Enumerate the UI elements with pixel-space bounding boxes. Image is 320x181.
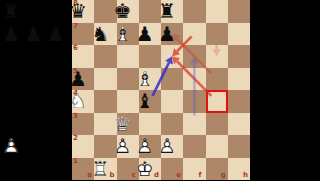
piece-black-pawn-b7: ♟: [22, 23, 44, 46]
chess-board: 87654321abcdefgh: [72, 0, 250, 180]
piece-white-pawn-a2: ♟♙: [0, 135, 22, 158]
square-h4[interactable]: [228, 90, 250, 113]
square-a3[interactable]: [72, 113, 94, 136]
square-c4[interactable]: [117, 90, 139, 113]
video-frame: 87654321abcdefgh ♜♛♚♜♟♟♟♞♝♗♟♟♟♝♗♞♘♝♛♕♟♙♟…: [0, 0, 320, 180]
square-g2[interactable]: [206, 135, 228, 158]
square-f8[interactable]: [183, 0, 205, 23]
square-b6[interactable]: [94, 45, 116, 68]
square-e5[interactable]: [161, 68, 183, 91]
square-g3[interactable]: [206, 113, 228, 136]
square-d6[interactable]: [139, 45, 161, 68]
square-f3[interactable]: [183, 113, 205, 136]
piece-black-pawn-a7: ♟: [0, 23, 22, 46]
square-a2[interactable]: [72, 135, 94, 158]
square-f6[interactable]: [183, 45, 205, 68]
piece-black-rook-a8: ♜: [0, 0, 22, 23]
square-c8[interactable]: [117, 0, 139, 23]
square-d4[interactable]: [139, 90, 161, 113]
square-f4[interactable]: [183, 90, 205, 113]
square-e3[interactable]: [161, 113, 183, 136]
square-f1[interactable]: [183, 158, 205, 181]
square-g1[interactable]: [206, 158, 228, 181]
square-b4[interactable]: [94, 90, 116, 113]
square-d3[interactable]: [139, 113, 161, 136]
square-h3[interactable]: [228, 113, 250, 136]
square-h1[interactable]: [228, 158, 250, 181]
square-b5[interactable]: [94, 68, 116, 91]
square-b2[interactable]: [94, 135, 116, 158]
piece-black-pawn-c7: ♟: [45, 23, 67, 46]
square-g7[interactable]: [206, 23, 228, 46]
square-d8[interactable]: [139, 0, 161, 23]
square-a8[interactable]: [72, 0, 94, 23]
square-b8[interactable]: [94, 0, 116, 23]
square-g4[interactable]: [206, 90, 228, 113]
square-c1[interactable]: [117, 158, 139, 181]
square-h6[interactable]: [228, 45, 250, 68]
square-e2[interactable]: [161, 135, 183, 158]
square-c3[interactable]: [117, 113, 139, 136]
square-e1[interactable]: [161, 158, 183, 181]
square-c7[interactable]: [117, 23, 139, 46]
square-e4[interactable]: [161, 90, 183, 113]
square-e8[interactable]: [161, 0, 183, 23]
square-d5[interactable]: [139, 68, 161, 91]
square-g8[interactable]: [206, 0, 228, 23]
square-c6[interactable]: [117, 45, 139, 68]
square-e7[interactable]: [161, 23, 183, 46]
square-a1[interactable]: [72, 158, 94, 181]
square-h5[interactable]: [228, 68, 250, 91]
square-h7[interactable]: [228, 23, 250, 46]
square-b3[interactable]: [94, 113, 116, 136]
square-f5[interactable]: [183, 68, 205, 91]
square-e6[interactable]: [161, 45, 183, 68]
square-a6[interactable]: [72, 45, 94, 68]
square-b7[interactable]: [94, 23, 116, 46]
square-f7[interactable]: [183, 23, 205, 46]
square-g5[interactable]: [206, 68, 228, 91]
square-h2[interactable]: [228, 135, 250, 158]
square-f2[interactable]: [183, 135, 205, 158]
square-a4[interactable]: [72, 90, 94, 113]
square-d2[interactable]: [139, 135, 161, 158]
square-a5[interactable]: [72, 68, 94, 91]
square-d1[interactable]: [139, 158, 161, 181]
square-c5[interactable]: [117, 68, 139, 91]
square-c2[interactable]: [117, 135, 139, 158]
square-d7[interactable]: [139, 23, 161, 46]
square-h8[interactable]: [228, 0, 250, 23]
square-g6[interactable]: [206, 45, 228, 68]
square-b1[interactable]: [94, 158, 116, 181]
square-a7[interactable]: [72, 23, 94, 46]
